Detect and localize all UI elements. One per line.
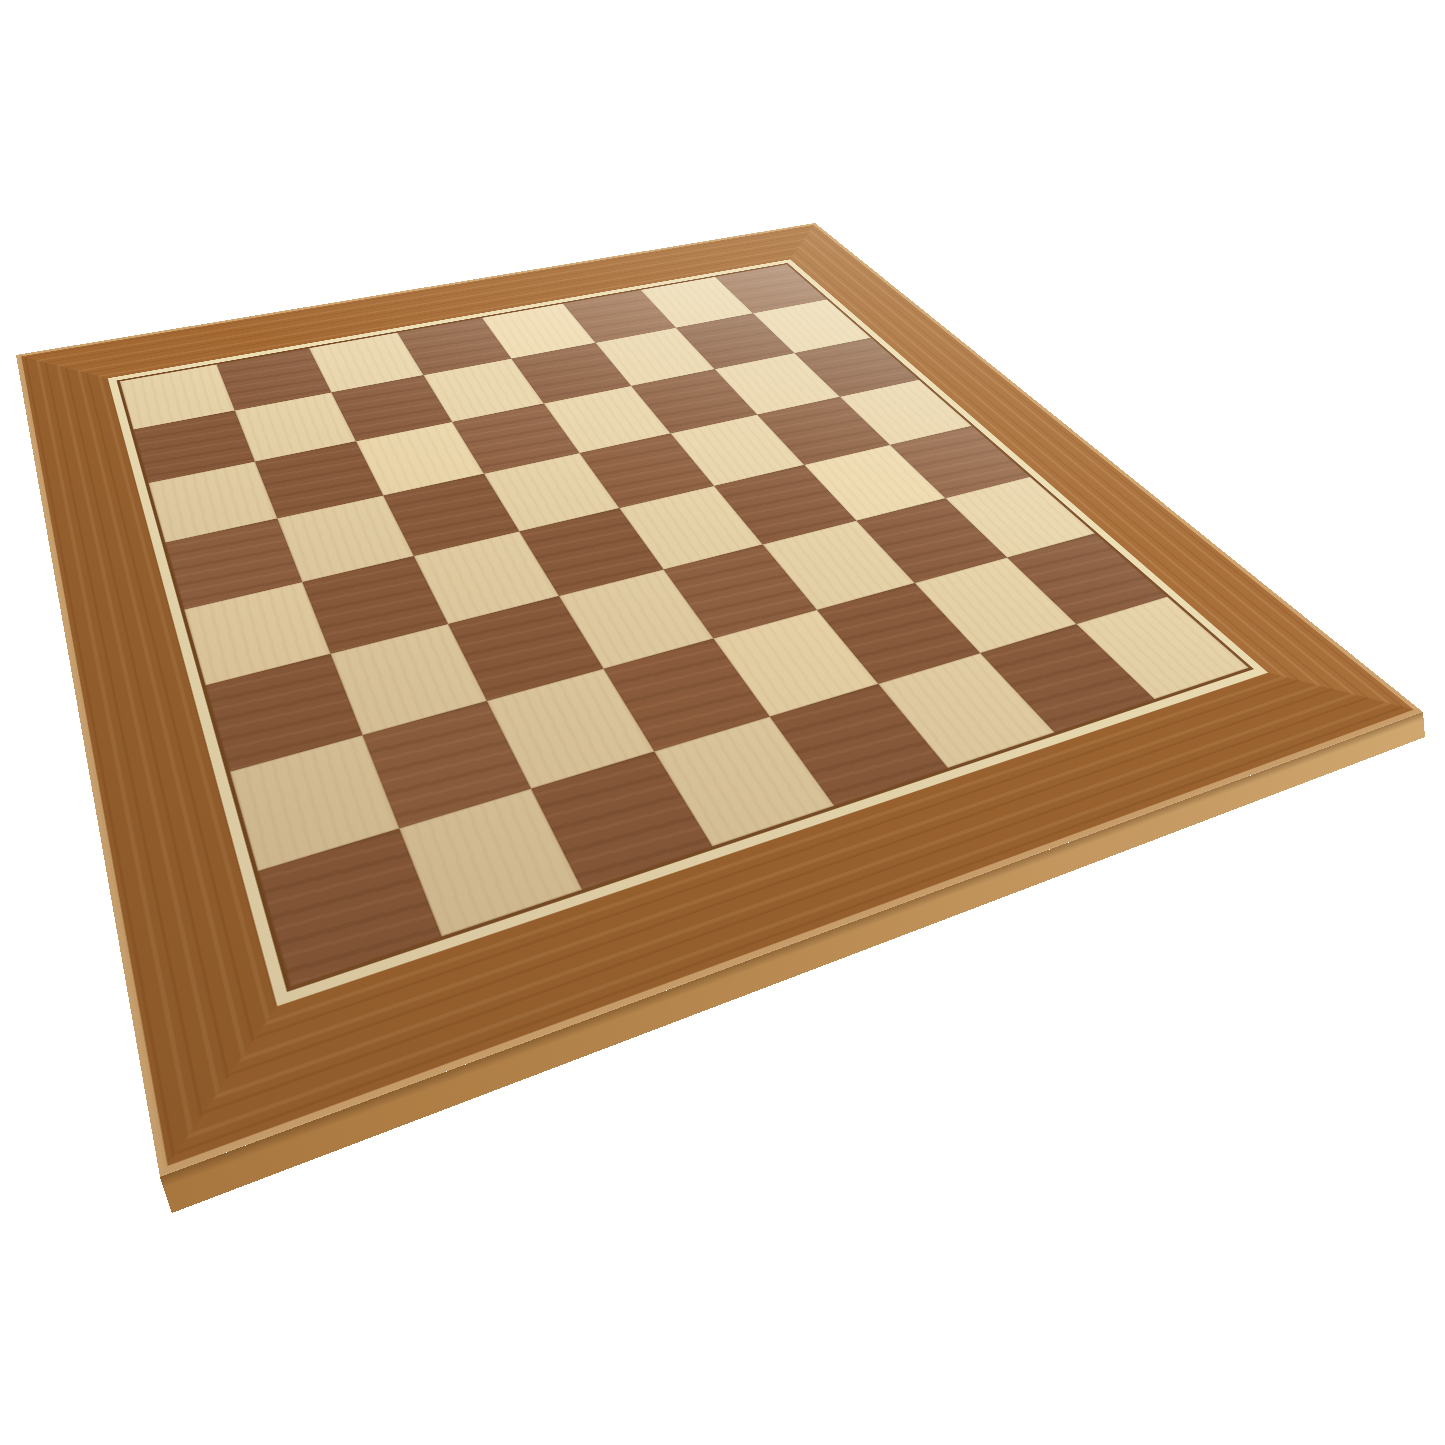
chessboard xyxy=(0,0,1445,1445)
board-top-face xyxy=(16,223,1423,1177)
product-photo-background xyxy=(0,0,1445,1445)
